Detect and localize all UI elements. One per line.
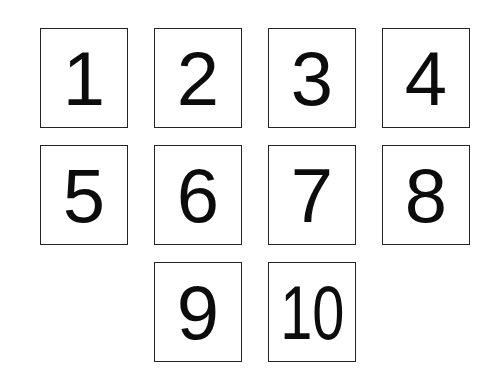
card-digit: 10 xyxy=(280,275,344,351)
card-digit: 5 xyxy=(63,158,105,234)
card-digit: 2 xyxy=(177,41,219,117)
number-card-7: 7 xyxy=(268,145,356,245)
number-card-1: 1 xyxy=(40,28,128,128)
number-card-10: 10 xyxy=(268,262,356,362)
card-digit: 3 xyxy=(291,41,333,117)
flashcard-sheet: 1 2 3 4 5 6 7 8 9 10 xyxy=(0,0,500,375)
card-digit: 8 xyxy=(405,158,447,234)
card-digit: 7 xyxy=(291,158,333,234)
number-card-4: 4 xyxy=(382,28,470,128)
number-card-2: 2 xyxy=(154,28,242,128)
number-card-6: 6 xyxy=(154,145,242,245)
number-card-3: 3 xyxy=(268,28,356,128)
card-digit: 6 xyxy=(177,158,219,234)
card-digit: 1 xyxy=(63,41,105,117)
card-digit: 9 xyxy=(177,275,219,351)
number-card-5: 5 xyxy=(40,145,128,245)
card-grid: 1 2 3 4 5 6 7 8 9 10 xyxy=(40,28,470,362)
number-card-8: 8 xyxy=(382,145,470,245)
card-digit: 4 xyxy=(405,41,447,117)
number-card-9: 9 xyxy=(154,262,242,362)
